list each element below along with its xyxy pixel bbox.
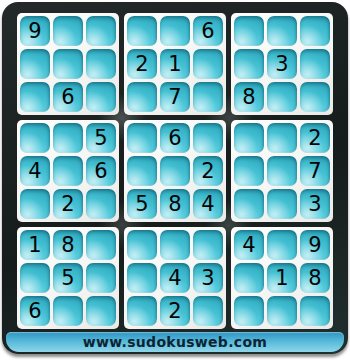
box-6: 273 [231,120,333,222]
cell-r3c7[interactable]: 8 [234,82,264,112]
cell-r5c1[interactable]: 4 [20,156,50,186]
cell-r4c5[interactable]: 6 [160,123,190,153]
cell-r6c4[interactable]: 5 [127,189,157,219]
cell-r3c2[interactable]: 6 [53,82,83,112]
cell-r3c1[interactable] [20,82,50,112]
box-5: 62584 [124,120,226,222]
box-7: 1856 [17,227,119,329]
cell-r1c5[interactable] [160,16,190,46]
cell-r4c9[interactable]: 2 [300,123,330,153]
cell-r7c6[interactable] [193,230,223,260]
cell-r9c4[interactable] [127,296,157,326]
cell-r5c2[interactable] [53,156,83,186]
footer-bar: www.sudokusweb.com [6,332,344,352]
sudoku-board: 96 6217 38 5462 62584 273 1856 432 4918 [17,13,333,329]
cell-r1c3[interactable] [86,16,116,46]
cell-r2c2[interactable] [53,49,83,79]
cell-r5c8[interactable] [267,156,297,186]
cell-r2c7[interactable] [234,49,264,79]
cell-r5c5[interactable] [160,156,190,186]
cell-r7c1[interactable]: 1 [20,230,50,260]
cell-r5c7[interactable] [234,156,264,186]
cell-r9c7[interactable] [234,296,264,326]
cell-r7c3[interactable] [86,230,116,260]
cell-r6c3[interactable] [86,189,116,219]
box-3: 38 [231,13,333,115]
cell-r4c4[interactable] [127,123,157,153]
cell-r8c3[interactable] [86,263,116,293]
sudoku-screenshot: 96 6217 38 5462 62584 273 1856 432 4918 … [0,0,350,360]
cell-r9c6[interactable] [193,296,223,326]
cell-r4c3[interactable]: 5 [86,123,116,153]
cell-r8c8[interactable]: 1 [267,263,297,293]
cell-r1c1[interactable]: 9 [20,16,50,46]
cell-r1c6[interactable]: 6 [193,16,223,46]
cell-r1c9[interactable] [300,16,330,46]
cell-r9c3[interactable] [86,296,116,326]
cell-r9c1[interactable]: 6 [20,296,50,326]
cell-r4c6[interactable] [193,123,223,153]
cell-r8c6[interactable]: 3 [193,263,223,293]
box-8: 432 [124,227,226,329]
box-2: 6217 [124,13,226,115]
cell-r6c8[interactable] [267,189,297,219]
cell-r6c5[interactable]: 8 [160,189,190,219]
cell-r8c4[interactable] [127,263,157,293]
cell-r9c8[interactable] [267,296,297,326]
cell-r9c2[interactable] [53,296,83,326]
cell-r2c4[interactable]: 2 [127,49,157,79]
cell-r1c2[interactable] [53,16,83,46]
cell-r3c4[interactable] [127,82,157,112]
cell-r7c4[interactable] [127,230,157,260]
cell-r1c4[interactable] [127,16,157,46]
cell-r2c8[interactable]: 3 [267,49,297,79]
cell-r7c5[interactable] [160,230,190,260]
cell-r7c8[interactable] [267,230,297,260]
cell-r4c2[interactable] [53,123,83,153]
cell-r8c5[interactable]: 4 [160,263,190,293]
cell-r2c6[interactable] [193,49,223,79]
box-1: 96 [17,13,119,115]
cell-r2c1[interactable] [20,49,50,79]
cell-r4c8[interactable] [267,123,297,153]
cell-r6c7[interactable] [234,189,264,219]
cell-r8c9[interactable]: 8 [300,263,330,293]
cell-r2c5[interactable]: 1 [160,49,190,79]
cell-r3c6[interactable] [193,82,223,112]
cell-r6c9[interactable]: 3 [300,189,330,219]
box-9: 4918 [231,227,333,329]
cell-r2c3[interactable] [86,49,116,79]
cell-r4c1[interactable] [20,123,50,153]
cell-r9c5[interactable]: 2 [160,296,190,326]
cell-r9c9[interactable] [300,296,330,326]
cell-r3c8[interactable] [267,82,297,112]
cell-r5c4[interactable] [127,156,157,186]
site-link[interactable]: www.sudokusweb.com [83,334,267,350]
cell-r5c3[interactable]: 6 [86,156,116,186]
cell-r7c9[interactable]: 9 [300,230,330,260]
cell-r7c7[interactable]: 4 [234,230,264,260]
cell-r1c7[interactable] [234,16,264,46]
cell-r2c9[interactable] [300,49,330,79]
cell-r6c2[interactable]: 2 [53,189,83,219]
cell-r3c9[interactable] [300,82,330,112]
cell-r8c1[interactable] [20,263,50,293]
cell-r5c6[interactable]: 2 [193,156,223,186]
cell-r4c7[interactable] [234,123,264,153]
cell-r1c8[interactable] [267,16,297,46]
cell-r8c7[interactable] [234,263,264,293]
cell-r7c2[interactable]: 8 [53,230,83,260]
box-4: 5462 [17,120,119,222]
cell-r3c3[interactable] [86,82,116,112]
cell-r8c2[interactable]: 5 [53,263,83,293]
cell-r3c5[interactable]: 7 [160,82,190,112]
cell-r6c6[interactable]: 4 [193,189,223,219]
cell-r6c1[interactable] [20,189,50,219]
board-frame: 96 6217 38 5462 62584 273 1856 432 4918 … [2,2,348,354]
cell-r5c9[interactable]: 7 [300,156,330,186]
